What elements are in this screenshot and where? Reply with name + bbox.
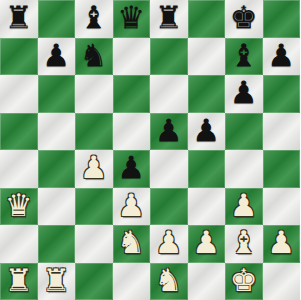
square-d3[interactable]: ♟ <box>113 188 151 226</box>
square-e4[interactable] <box>150 150 188 188</box>
square-d4[interactable]: ♟ <box>113 150 151 188</box>
square-f7[interactable] <box>188 38 226 76</box>
piece-black-queen[interactable]: ♛ <box>117 2 145 33</box>
square-b5[interactable] <box>38 113 76 151</box>
square-e2[interactable]: ♟ <box>150 225 188 263</box>
square-h8[interactable] <box>263 0 301 38</box>
square-c7[interactable]: ♞ <box>75 38 113 76</box>
piece-black-rook[interactable]: ♜ <box>5 2 33 33</box>
square-c4[interactable]: ♟ <box>75 150 113 188</box>
square-b4[interactable] <box>38 150 76 188</box>
square-c5[interactable] <box>75 113 113 151</box>
piece-white-knight[interactable]: ♞ <box>117 227 145 258</box>
square-a7[interactable] <box>0 38 38 76</box>
square-d8[interactable]: ♛ <box>113 0 151 38</box>
piece-black-bishop[interactable]: ♝ <box>230 40 258 71</box>
square-f8[interactable] <box>188 0 226 38</box>
square-a5[interactable] <box>0 113 38 151</box>
square-d2[interactable]: ♞ <box>113 225 151 263</box>
square-d6[interactable] <box>113 75 151 113</box>
piece-black-pawn[interactable]: ♟ <box>267 40 295 71</box>
square-a6[interactable] <box>0 75 38 113</box>
square-d5[interactable] <box>113 113 151 151</box>
square-c1[interactable] <box>75 263 113 300</box>
square-d7[interactable] <box>113 38 151 76</box>
square-a8[interactable]: ♜ <box>0 0 38 38</box>
piece-white-king[interactable]: ♚ <box>230 265 258 296</box>
square-e3[interactable] <box>150 188 188 226</box>
piece-white-pawn[interactable]: ♟ <box>230 190 258 221</box>
piece-white-pawn[interactable]: ♟ <box>117 190 145 221</box>
square-c8[interactable]: ♝ <box>75 0 113 38</box>
square-g6[interactable]: ♟ <box>225 75 263 113</box>
square-b7[interactable]: ♟ <box>38 38 76 76</box>
square-c3[interactable] <box>75 188 113 226</box>
square-c6[interactable] <box>75 75 113 113</box>
piece-white-pawn[interactable]: ♟ <box>192 227 220 258</box>
square-f3[interactable] <box>188 188 226 226</box>
square-f5[interactable]: ♟ <box>188 113 226 151</box>
square-b6[interactable] <box>38 75 76 113</box>
square-h2[interactable]: ♟ <box>263 225 301 263</box>
piece-white-queen[interactable]: ♛ <box>5 190 33 221</box>
square-h5[interactable] <box>263 113 301 151</box>
piece-black-pawn[interactable]: ♟ <box>155 115 183 146</box>
square-h3[interactable] <box>263 188 301 226</box>
square-b8[interactable] <box>38 0 76 38</box>
square-e7[interactable] <box>150 38 188 76</box>
piece-white-bishop[interactable]: ♝ <box>230 227 258 258</box>
piece-white-rook[interactable]: ♜ <box>5 265 33 296</box>
piece-black-king[interactable]: ♚ <box>230 2 258 33</box>
square-a2[interactable] <box>0 225 38 263</box>
square-a4[interactable] <box>0 150 38 188</box>
piece-black-rook[interactable]: ♜ <box>155 2 183 33</box>
square-d1[interactable] <box>113 263 151 300</box>
square-e1[interactable]: ♞ <box>150 263 188 300</box>
piece-black-pawn[interactable]: ♟ <box>192 115 220 146</box>
square-g7[interactable]: ♝ <box>225 38 263 76</box>
square-f2[interactable]: ♟ <box>188 225 226 263</box>
square-b2[interactable] <box>38 225 76 263</box>
square-h4[interactable] <box>263 150 301 188</box>
square-b3[interactable] <box>38 188 76 226</box>
piece-white-rook[interactable]: ♜ <box>42 265 70 296</box>
square-f1[interactable] <box>188 263 226 300</box>
square-f4[interactable] <box>188 150 226 188</box>
square-g8[interactable]: ♚ <box>225 0 263 38</box>
square-g3[interactable]: ♟ <box>225 188 263 226</box>
piece-white-knight[interactable]: ♞ <box>155 265 183 296</box>
piece-black-knight[interactable]: ♞ <box>80 40 108 71</box>
square-h6[interactable] <box>263 75 301 113</box>
piece-black-bishop[interactable]: ♝ <box>80 2 108 33</box>
square-g5[interactable] <box>225 113 263 151</box>
piece-white-pawn[interactable]: ♟ <box>155 227 183 258</box>
square-g1[interactable]: ♚ <box>225 263 263 300</box>
square-e8[interactable]: ♜ <box>150 0 188 38</box>
square-c2[interactable] <box>75 225 113 263</box>
piece-white-pawn[interactable]: ♟ <box>267 227 295 258</box>
square-f6[interactable] <box>188 75 226 113</box>
square-e6[interactable] <box>150 75 188 113</box>
square-g4[interactable] <box>225 150 263 188</box>
piece-black-pawn[interactable]: ♟ <box>117 152 145 183</box>
piece-black-pawn[interactable]: ♟ <box>42 40 70 71</box>
square-g2[interactable]: ♝ <box>225 225 263 263</box>
square-a1[interactable]: ♜ <box>0 263 38 300</box>
square-a3[interactable]: ♛ <box>0 188 38 226</box>
square-h7[interactable]: ♟ <box>263 38 301 76</box>
piece-black-pawn[interactable]: ♟ <box>230 77 258 108</box>
square-b1[interactable]: ♜ <box>38 263 76 300</box>
chess-board: ♜♝♛♜♚♟♞♝♟♟♟♟♟♟♛♟♟♞♟♟♝♟♜♜♞♚ <box>0 0 300 300</box>
square-e5[interactable]: ♟ <box>150 113 188 151</box>
piece-white-pawn[interactable]: ♟ <box>80 152 108 183</box>
square-h1[interactable] <box>263 263 301 300</box>
